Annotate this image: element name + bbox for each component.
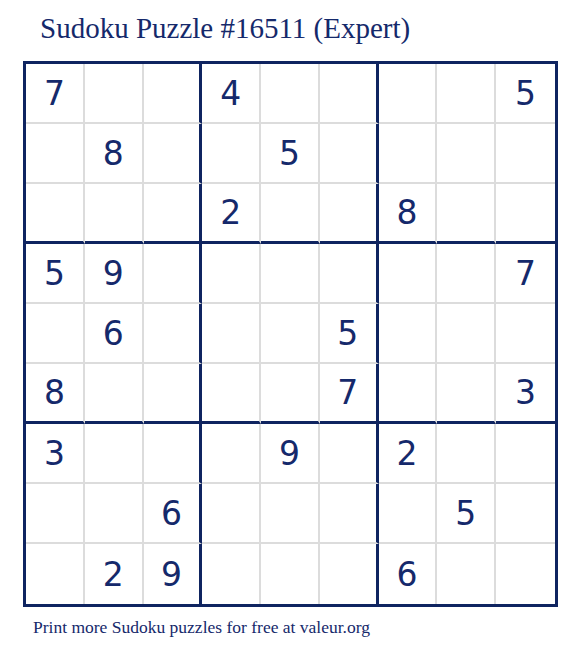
sudoku-cell-r9c4	[202, 544, 261, 604]
sudoku-cell-r8c9	[496, 484, 555, 544]
sudoku-cell-r5c4	[202, 304, 261, 364]
sudoku-cell-r1c3	[144, 64, 203, 124]
sudoku-cell-r6c3	[144, 364, 203, 424]
sudoku-cell-r5c2: 6	[85, 304, 144, 364]
sudoku-cell-r1c9: 5	[496, 64, 555, 124]
sudoku-cell-r6c4	[202, 364, 261, 424]
sudoku-cell-r6c9: 3	[496, 364, 555, 424]
sudoku-cell-r1c8	[437, 64, 496, 124]
sudoku-cell-r5c8	[437, 304, 496, 364]
sudoku-cell-r2c9	[496, 124, 555, 184]
sudoku-cell-r4c9: 7	[496, 244, 555, 304]
sudoku-cell-r9c7: 6	[379, 544, 438, 604]
sudoku-cell-r3c8	[437, 184, 496, 244]
sudoku-cell-r7c6	[320, 424, 379, 484]
sudoku-cell-r6c7	[379, 364, 438, 424]
sudoku-cell-r9c9	[496, 544, 555, 604]
sudoku-cell-r6c1: 8	[26, 364, 85, 424]
sudoku-cell-r9c5	[261, 544, 320, 604]
sudoku-cell-r8c2	[85, 484, 144, 544]
sudoku-cell-r7c9	[496, 424, 555, 484]
sudoku-cell-r5c5	[261, 304, 320, 364]
sudoku-board: 74585285976587339265296	[23, 61, 558, 607]
sudoku-cell-r9c8	[437, 544, 496, 604]
sudoku-cell-r6c6: 7	[320, 364, 379, 424]
sudoku-cell-r3c2	[85, 184, 144, 244]
sudoku-cell-r4c1: 5	[26, 244, 85, 304]
sudoku-cell-r7c1: 3	[26, 424, 85, 484]
sudoku-cell-r8c4	[202, 484, 261, 544]
sudoku-cell-r3c1	[26, 184, 85, 244]
sudoku-cell-r4c4	[202, 244, 261, 304]
sudoku-cell-r1c2	[85, 64, 144, 124]
sudoku-cell-r1c6	[320, 64, 379, 124]
sudoku-cell-r8c1	[26, 484, 85, 544]
sudoku-cell-r9c6	[320, 544, 379, 604]
sudoku-cell-r7c3	[144, 424, 203, 484]
sudoku-cell-r8c3: 6	[144, 484, 203, 544]
sudoku-cell-r2c5: 5	[261, 124, 320, 184]
sudoku-cell-r7c5: 9	[261, 424, 320, 484]
sudoku-cell-r8c7	[379, 484, 438, 544]
sudoku-cell-r7c7: 2	[379, 424, 438, 484]
sudoku-cell-r2c2: 8	[85, 124, 144, 184]
sudoku-cell-r6c2	[85, 364, 144, 424]
sudoku-cell-r3c3	[144, 184, 203, 244]
sudoku-cell-r3c9	[496, 184, 555, 244]
sudoku-cell-r4c7	[379, 244, 438, 304]
sudoku-cell-r4c3	[144, 244, 203, 304]
sudoku-cell-r6c5	[261, 364, 320, 424]
sudoku-cell-r5c1	[26, 304, 85, 364]
sudoku-cell-r8c8: 5	[437, 484, 496, 544]
sudoku-cell-r2c6	[320, 124, 379, 184]
sudoku-cell-r9c2: 2	[85, 544, 144, 604]
sudoku-cell-r3c4: 2	[202, 184, 261, 244]
sudoku-cell-r2c4	[202, 124, 261, 184]
sudoku-cell-r1c5	[261, 64, 320, 124]
sudoku-cell-r4c6	[320, 244, 379, 304]
sudoku-cell-r2c7	[379, 124, 438, 184]
page: Sudoku Puzzle #16511 (Expert) 7458528597…	[0, 0, 580, 651]
sudoku-cell-r8c6	[320, 484, 379, 544]
sudoku-cell-r7c8	[437, 424, 496, 484]
sudoku-cell-r4c8	[437, 244, 496, 304]
sudoku-cell-r1c4: 4	[202, 64, 261, 124]
sudoku-cell-r9c1	[26, 544, 85, 604]
sudoku-cell-r3c5	[261, 184, 320, 244]
sudoku-cell-r2c1	[26, 124, 85, 184]
sudoku-cell-r7c4	[202, 424, 261, 484]
sudoku-cell-r3c6	[320, 184, 379, 244]
sudoku-cell-r1c7	[379, 64, 438, 124]
puzzle-title: Sudoku Puzzle #16511 (Expert)	[40, 12, 410, 45]
sudoku-cell-r4c5	[261, 244, 320, 304]
sudoku-cell-r8c5	[261, 484, 320, 544]
sudoku-cell-r5c6: 5	[320, 304, 379, 364]
sudoku-cell-r1c1: 7	[26, 64, 85, 124]
sudoku-cell-r5c3	[144, 304, 203, 364]
sudoku-cell-r5c9	[496, 304, 555, 364]
sudoku-cell-r4c2: 9	[85, 244, 144, 304]
sudoku-cell-r2c3	[144, 124, 203, 184]
sudoku-cell-r9c3: 9	[144, 544, 203, 604]
sudoku-cell-r7c2	[85, 424, 144, 484]
sudoku-cell-r2c8	[437, 124, 496, 184]
footer-text: Print more Sudoku puzzles for free at va…	[33, 617, 370, 638]
sudoku-cell-r5c7	[379, 304, 438, 364]
sudoku-cell-r6c8	[437, 364, 496, 424]
sudoku-cell-r3c7: 8	[379, 184, 438, 244]
